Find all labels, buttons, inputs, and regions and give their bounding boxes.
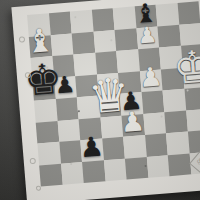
square-d1[interactable] [103, 158, 126, 181]
speckle [74, 16, 76, 18]
vinyl-bubble [36, 185, 41, 190]
piece-white-pawn-f7[interactable]: ♟ [137, 24, 158, 48]
square-c8[interactable] [70, 10, 93, 33]
piece-white-bishop-a7[interactable]: ♝ [24, 24, 55, 58]
board-margin: ♝♝♟♚♟♟♚♛♟♟♟ ♔ [11, 0, 200, 200]
crown-logo-icon: ♔ [197, 159, 200, 168]
speckle [70, 163, 72, 165]
piece-white-king-h5[interactable]: ♚ [172, 44, 200, 91]
square-h3[interactable] [186, 108, 200, 131]
square-d2[interactable] [102, 137, 125, 160]
speckle [78, 110, 80, 112]
square-c7[interactable] [72, 31, 95, 54]
speckle [110, 39, 112, 41]
square-e1[interactable] [125, 156, 148, 179]
square-b1[interactable] [61, 162, 84, 185]
square-g1[interactable] [168, 153, 191, 176]
chess-board-photo: ♝♝♟♚♟♟♚♛♟♟♟ ♔ [0, 0, 200, 200]
square-h8[interactable] [177, 1, 200, 24]
speckle [46, 66, 48, 68]
square-f4[interactable] [141, 90, 164, 113]
square-a3[interactable] [36, 120, 59, 143]
square-f2[interactable] [145, 133, 168, 156]
square-g2[interactable] [166, 132, 189, 155]
piece-black-pawn-c2[interactable]: ♟ [78, 132, 104, 161]
square-a2[interactable] [37, 142, 60, 165]
square-g8[interactable] [156, 3, 179, 26]
square-e7[interactable] [114, 28, 137, 51]
square-c1[interactable] [82, 160, 105, 183]
vinyl-bubble [19, 36, 25, 42]
square-e8[interactable] [113, 6, 136, 29]
square-d8[interactable] [91, 8, 114, 31]
board: ♝♝♟♚♟♟♚♛♟♟♟ ♔ [27, 1, 200, 186]
square-e2[interactable] [123, 135, 146, 158]
speckle [187, 89, 189, 91]
square-a1[interactable] [39, 163, 62, 186]
piece-white-pawn-f5[interactable]: ♟ [138, 64, 163, 92]
square-f1[interactable] [146, 155, 169, 178]
square-h2[interactable] [187, 130, 200, 153]
speckle [161, 115, 163, 117]
square-b3[interactable] [57, 119, 80, 142]
square-g3[interactable] [164, 110, 187, 133]
vinyl-bubble [30, 158, 36, 164]
piece-white-pawn-e3[interactable]: ♟ [120, 107, 146, 136]
square-d7[interactable] [93, 30, 116, 53]
piece-black-pawn-b5[interactable]: ♟ [54, 73, 76, 98]
